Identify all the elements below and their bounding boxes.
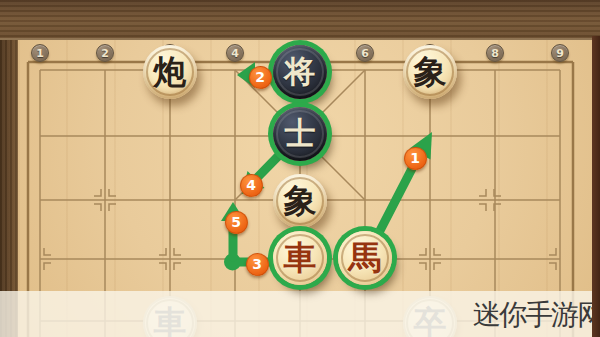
piece-車[interactable]: 車: [273, 231, 327, 285]
piece-士[interactable]: 士: [273, 107, 327, 161]
move-badge-3: 3: [246, 253, 269, 276]
piece-character: 将: [285, 56, 316, 87]
piece-character: 炮: [154, 55, 187, 88]
piece-character: 象: [284, 184, 317, 217]
column-label-6: 6: [356, 44, 374, 62]
piece-象[interactable]: 象: [403, 45, 457, 99]
column-label-4: 4: [226, 44, 244, 62]
column-label-8: 8: [486, 44, 504, 62]
piece-character: 車: [284, 241, 317, 274]
column-label-1: 1: [31, 44, 49, 62]
wood-frame-right: [592, 36, 600, 337]
move-badge-1: 1: [404, 147, 427, 170]
piece-馬[interactable]: 馬: [338, 231, 392, 285]
move-badge-5: 5: [225, 211, 248, 234]
move-badge-2: 2: [249, 66, 272, 89]
piece-character: 象: [414, 55, 447, 88]
piece-将[interactable]: 将: [273, 45, 327, 99]
wood-frame-top: [0, 0, 600, 40]
piece-character: 士: [285, 118, 316, 149]
piece-炮[interactable]: 炮: [143, 45, 197, 99]
piece-character: 馬: [349, 241, 382, 274]
move-badge-4: 4: [240, 174, 263, 197]
piece-象[interactable]: 象: [273, 174, 327, 228]
column-label-9: 9: [551, 44, 569, 62]
watermark-text: 迷你手游网: [473, 296, 600, 334]
xiangqi-screenshot: 123456789 車卒 迷你手游网 炮将象士象車馬 12345: [0, 0, 600, 337]
column-label-2: 2: [96, 44, 114, 62]
